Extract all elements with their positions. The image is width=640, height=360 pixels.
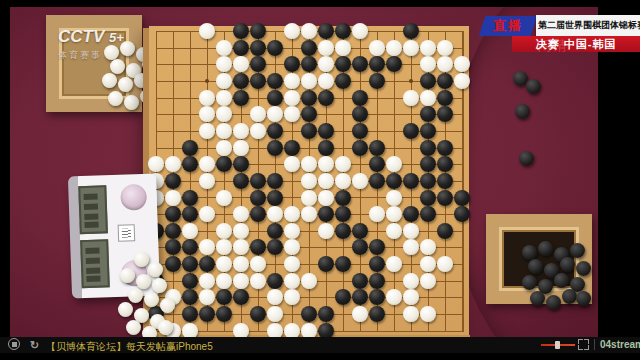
black-stone — [420, 173, 436, 189]
black-stone — [250, 73, 266, 89]
event-title: 第二届世界围棋团体锦标赛 — [536, 15, 640, 36]
ticker-text: 【贝博体育论坛】每天发帖赢iPhone5 — [46, 340, 213, 354]
white-stone — [199, 173, 215, 189]
divider — [594, 339, 595, 350]
black-stone — [335, 223, 351, 239]
black-stone — [437, 90, 453, 106]
white-stone — [403, 90, 419, 106]
white-stone — [386, 40, 402, 56]
black-stone — [301, 123, 317, 139]
black-stone — [318, 256, 334, 272]
black-stone — [250, 306, 266, 322]
live-badge: 直播 — [479, 16, 537, 36]
white-stone — [267, 306, 283, 322]
stop-icon[interactable] — [8, 338, 20, 350]
black-stone — [369, 256, 385, 272]
black-stone — [352, 140, 368, 156]
black-stone — [250, 190, 266, 206]
black-stone — [233, 40, 249, 56]
black-stone — [403, 23, 419, 39]
black-stone — [369, 73, 385, 89]
captured-white-stone — [160, 298, 175, 313]
black-stone — [369, 306, 385, 322]
white-stone — [216, 73, 232, 89]
bowl-black-stone — [528, 259, 543, 274]
clock-display-top — [78, 185, 108, 234]
white-stone — [420, 273, 436, 289]
black-stone — [318, 306, 334, 322]
star-point — [205, 79, 209, 83]
go-board[interactable] — [149, 26, 469, 335]
white-stone — [284, 256, 300, 272]
white-stone — [386, 190, 402, 206]
black-stone — [335, 256, 351, 272]
bowl-black-stone — [554, 273, 569, 288]
white-stone — [318, 173, 334, 189]
black-stone — [284, 140, 300, 156]
black-stone — [352, 223, 368, 239]
bowl-white-stone — [118, 77, 133, 92]
white-stone — [199, 23, 215, 39]
white-stone — [216, 273, 232, 289]
black-stone — [267, 73, 283, 89]
white-stone — [420, 306, 436, 322]
clock-label — [118, 224, 136, 242]
black-stone — [352, 273, 368, 289]
black-stone — [335, 23, 351, 39]
white-stone — [199, 123, 215, 139]
white-stone — [284, 223, 300, 239]
black-stone — [437, 223, 453, 239]
black-stone — [233, 23, 249, 39]
black-stone — [454, 190, 470, 206]
bowl-black-stone — [530, 291, 545, 306]
black-stone — [301, 306, 317, 322]
bowl-black-stone — [560, 257, 575, 272]
bowl-black-stone — [522, 245, 537, 260]
white-stone — [403, 40, 419, 56]
site-logo: 04stream.tv — [600, 339, 640, 350]
black-stone — [182, 306, 198, 322]
captured-white-stone — [128, 288, 143, 303]
black-stone — [352, 90, 368, 106]
volume-slider[interactable] — [541, 344, 575, 346]
channel-logo: CCTV 5+ 体育赛事 — [58, 27, 124, 62]
black-stone — [233, 173, 249, 189]
white-stone — [199, 273, 215, 289]
black-stone — [437, 73, 453, 89]
event-subtitle: 决赛 中国-韩国 — [512, 36, 640, 52]
white-stone — [216, 223, 232, 239]
black-stone — [386, 173, 402, 189]
white-stone — [386, 256, 402, 272]
black-stone — [420, 140, 436, 156]
captured-white-stone — [118, 302, 133, 317]
captured-white-stone — [158, 320, 173, 335]
black-stone — [369, 173, 385, 189]
black-stone — [420, 73, 436, 89]
black-stone — [182, 273, 198, 289]
black-stone — [216, 306, 232, 322]
slider-handle[interactable] — [555, 341, 560, 349]
video-area: CCTV 5+ 体育赛事 — [10, 7, 598, 337]
channel-subtitle: 体育赛事 — [58, 49, 124, 62]
broadcast-frame: CCTV 5+ 体育赛事 — [0, 0, 640, 360]
bowl-white-stone — [124, 95, 139, 110]
black-stone — [267, 173, 283, 189]
black-stone — [267, 273, 283, 289]
black-stone — [267, 140, 283, 156]
white-stone — [403, 223, 419, 239]
bowl-white-stone — [108, 91, 123, 106]
white-stone — [250, 273, 266, 289]
black-stone — [301, 90, 317, 106]
white-stone — [216, 190, 232, 206]
bowl-black-stone — [546, 295, 561, 310]
captured-black-stone — [526, 79, 541, 94]
black-stone — [403, 123, 419, 139]
white-stone — [233, 223, 249, 239]
black-stone — [318, 23, 334, 39]
white-stone — [403, 273, 419, 289]
clock-button-top[interactable] — [120, 184, 147, 211]
station-watermark: 闲清 — [538, 37, 570, 55]
bowl-black-stone — [538, 241, 553, 256]
white-stone — [301, 273, 317, 289]
white-stone — [284, 90, 300, 106]
bowl-black-stone — [522, 275, 537, 290]
captured-white-stone — [148, 262, 163, 277]
black-stone — [318, 123, 334, 139]
white-stone — [420, 90, 436, 106]
white-stone — [216, 90, 232, 106]
black-stone — [437, 140, 453, 156]
white-stone — [233, 140, 249, 156]
black-stone — [250, 173, 266, 189]
black-stone — [233, 73, 249, 89]
black-stone — [335, 73, 351, 89]
black-stone — [250, 23, 266, 39]
white-stone — [216, 40, 232, 56]
black-stone — [454, 206, 470, 222]
white-stone — [318, 73, 334, 89]
white-stone — [301, 190, 317, 206]
captured-white-stone — [120, 268, 135, 283]
white-stone — [352, 23, 368, 39]
captured-white-stone — [136, 274, 151, 289]
black-stone — [267, 40, 283, 56]
bowl-black-stone — [570, 243, 585, 258]
bowl-black-stone — [562, 289, 577, 304]
bowl-black-stone — [576, 291, 591, 306]
white-stone — [437, 40, 453, 56]
white-stone — [352, 173, 368, 189]
white-stone — [420, 40, 436, 56]
white-stone — [386, 223, 402, 239]
black-stone — [233, 90, 249, 106]
black-stone — [420, 123, 436, 139]
black-stone-bowl — [486, 214, 592, 304]
captured-white-stone — [152, 278, 167, 293]
white-stone — [250, 123, 266, 139]
white-stone — [369, 40, 385, 56]
black-stone — [318, 90, 334, 106]
black-stone — [267, 190, 283, 206]
white-stone — [335, 173, 351, 189]
bowl-black-stone — [576, 261, 591, 276]
black-stone — [318, 140, 334, 156]
black-stone — [165, 256, 181, 272]
white-stone — [335, 40, 351, 56]
black-stone — [437, 190, 453, 206]
captured-black-stone — [515, 104, 530, 119]
black-stone — [301, 40, 317, 56]
white-stone — [301, 73, 317, 89]
white-stone — [437, 256, 453, 272]
white-stone — [352, 306, 368, 322]
captured-white-stone — [134, 252, 149, 267]
black-stone — [182, 256, 198, 272]
white-stone — [454, 73, 470, 89]
black-stone — [420, 190, 436, 206]
captured-white-stone — [144, 292, 159, 307]
black-stone — [199, 306, 215, 322]
white-stone — [454, 56, 470, 72]
white-stone — [233, 273, 249, 289]
black-stone — [267, 90, 283, 106]
fullscreen-icon[interactable] — [578, 339, 589, 350]
white-stone — [165, 190, 181, 206]
white-stone — [216, 123, 232, 139]
black-stone — [199, 256, 215, 272]
black-stone — [352, 123, 368, 139]
white-stone — [250, 256, 266, 272]
clock-display-bottom — [80, 239, 110, 288]
white-stone — [403, 306, 419, 322]
white-stone — [420, 256, 436, 272]
white-stone — [318, 223, 334, 239]
white-stone — [318, 190, 334, 206]
white-stone — [233, 123, 249, 139]
black-stone — [182, 190, 198, 206]
white-stone — [216, 140, 232, 156]
captured-white-stone — [126, 320, 141, 335]
white-stone — [301, 23, 317, 39]
black-stone — [369, 140, 385, 156]
black-stone — [335, 190, 351, 206]
white-stone — [301, 173, 317, 189]
black-stone — [369, 273, 385, 289]
white-stone — [318, 40, 334, 56]
white-stone — [233, 256, 249, 272]
white-stone — [284, 73, 300, 89]
black-stone — [165, 223, 181, 239]
captured-black-stone — [519, 151, 534, 166]
white-stone — [284, 273, 300, 289]
black-stone — [267, 123, 283, 139]
refresh-icon[interactable]: ↻ — [30, 339, 39, 352]
black-stone — [437, 173, 453, 189]
black-stone — [250, 40, 266, 56]
white-stone — [284, 23, 300, 39]
bowl-white-stone — [102, 73, 117, 88]
black-stone — [165, 173, 181, 189]
black-stone — [403, 173, 419, 189]
black-stone — [267, 223, 283, 239]
player-bar: ↻ 【贝博体育论坛】每天发帖赢iPhone5 04stream.tv — [0, 337, 640, 353]
white-stone — [216, 256, 232, 272]
white-stone — [199, 90, 215, 106]
white-stone — [182, 223, 198, 239]
black-stone — [182, 140, 198, 156]
star-point — [409, 79, 413, 83]
